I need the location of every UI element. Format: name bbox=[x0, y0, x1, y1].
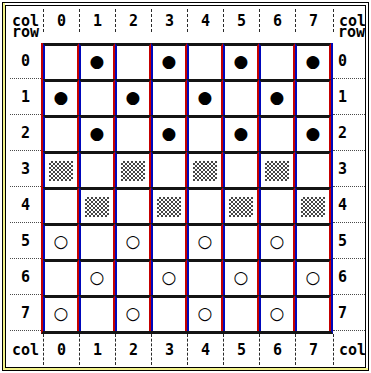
black-piece: ● bbox=[162, 125, 177, 142]
cell-r6c6[interactable] bbox=[259, 259, 295, 295]
row-label-left-0: 0 bbox=[10, 43, 41, 79]
cell-r0c4[interactable] bbox=[187, 43, 223, 79]
cell-r3c2[interactable] bbox=[115, 151, 151, 187]
black-piece: ● bbox=[90, 53, 105, 70]
col-axis-label-bottom-left: col bbox=[10, 334, 41, 365]
cell-r5c5[interactable] bbox=[223, 223, 259, 259]
white-piece: ○ bbox=[126, 305, 141, 322]
white-piece: ○ bbox=[90, 269, 105, 286]
cell-r3c7[interactable] bbox=[295, 151, 331, 187]
black-piece: ● bbox=[306, 53, 321, 70]
white-piece: ○ bbox=[306, 269, 321, 286]
cell-r0c7[interactable]: ● bbox=[295, 43, 331, 79]
cell-r2c7[interactable]: ● bbox=[295, 115, 331, 151]
col-footer-7: 7 bbox=[295, 334, 331, 365]
cell-r1c2[interactable]: ● bbox=[115, 79, 151, 115]
white-piece: ○ bbox=[198, 305, 213, 322]
hatched-empty-square bbox=[85, 197, 109, 217]
col-header-row: 01234567 bbox=[41, 9, 333, 32]
cell-r5c4[interactable]: ○ bbox=[187, 223, 223, 259]
cell-r0c0[interactable] bbox=[43, 43, 79, 79]
black-piece: ● bbox=[162, 53, 177, 70]
cell-r1c3[interactable] bbox=[151, 79, 187, 115]
hatched-empty-square bbox=[229, 197, 253, 217]
cell-r4c4[interactable] bbox=[187, 187, 223, 223]
cell-r4c5[interactable] bbox=[223, 187, 259, 223]
cell-r0c3[interactable]: ● bbox=[151, 43, 187, 79]
cell-r2c6[interactable] bbox=[259, 115, 295, 151]
cell-r4c2[interactable] bbox=[115, 187, 151, 223]
cell-r3c4[interactable] bbox=[187, 151, 223, 187]
col-footer-5: 5 bbox=[223, 334, 259, 365]
black-piece: ● bbox=[270, 89, 285, 106]
black-piece: ● bbox=[54, 89, 69, 106]
cell-r1c1[interactable] bbox=[79, 79, 115, 115]
black-piece: ● bbox=[234, 53, 249, 70]
cell-r2c3[interactable]: ● bbox=[151, 115, 187, 151]
col-header-3: 3 bbox=[151, 9, 187, 32]
cell-r1c4[interactable]: ● bbox=[187, 79, 223, 115]
cell-r4c0[interactable] bbox=[43, 187, 79, 223]
col-header-7: 7 bbox=[295, 9, 331, 32]
cell-r0c2[interactable] bbox=[115, 43, 151, 79]
cell-r7c6[interactable]: ○ bbox=[259, 295, 295, 331]
row-label-right-6: 6 bbox=[333, 259, 365, 295]
cell-r1c0[interactable]: ● bbox=[43, 79, 79, 115]
row-label-left-6: 6 bbox=[10, 259, 41, 295]
row-axis-label-right: row bbox=[333, 25, 365, 40]
cell-r1c5[interactable] bbox=[223, 79, 259, 115]
white-piece: ○ bbox=[126, 233, 141, 250]
cell-r5c7[interactable] bbox=[295, 223, 331, 259]
cell-r7c0[interactable]: ○ bbox=[43, 295, 79, 331]
cell-r2c2[interactable] bbox=[115, 115, 151, 151]
white-piece: ○ bbox=[234, 269, 249, 286]
row-axis-strip-right: row bbox=[333, 32, 365, 43]
cell-r4c7[interactable] bbox=[295, 187, 331, 223]
col-footer-1: 1 bbox=[79, 334, 115, 365]
cell-r6c7[interactable]: ○ bbox=[295, 259, 331, 295]
cell-r7c2[interactable]: ○ bbox=[115, 295, 151, 331]
checkers-board: ●●●●●●●●●●●●○○○○○○○○○○○○ bbox=[41, 43, 333, 334]
cell-r0c5[interactable]: ● bbox=[223, 43, 259, 79]
row-label-left-5: 5 bbox=[10, 223, 41, 259]
cell-r5c3[interactable] bbox=[151, 223, 187, 259]
col-header-4: 4 bbox=[187, 9, 223, 32]
cell-r7c7[interactable] bbox=[295, 295, 331, 331]
hatched-empty-square bbox=[193, 161, 217, 181]
cell-r7c3[interactable] bbox=[151, 295, 187, 331]
cell-r6c4[interactable] bbox=[187, 259, 223, 295]
cell-r3c5[interactable] bbox=[223, 151, 259, 187]
white-piece: ○ bbox=[54, 305, 69, 322]
cell-r6c3[interactable]: ○ bbox=[151, 259, 187, 295]
cell-r2c4[interactable] bbox=[187, 115, 223, 151]
cell-r7c5[interactable] bbox=[223, 295, 259, 331]
row-axis-label-left: row bbox=[10, 25, 41, 40]
col-header-0: 0 bbox=[43, 9, 79, 32]
cell-r4c1[interactable] bbox=[79, 187, 115, 223]
hatched-empty-square bbox=[49, 161, 73, 181]
col-footer-6: 6 bbox=[259, 334, 295, 365]
col-footer-row: 01234567 bbox=[41, 334, 333, 365]
cell-r3c0[interactable] bbox=[43, 151, 79, 187]
row-label-left-1: 1 bbox=[10, 79, 41, 115]
board-frame: col 01234567 col row row 01234567 ●●●●●●… bbox=[2, 2, 369, 371]
black-piece: ● bbox=[306, 125, 321, 142]
cell-r7c4[interactable]: ○ bbox=[187, 295, 223, 331]
col-footer-0: 0 bbox=[43, 334, 79, 365]
cell-r5c0[interactable]: ○ bbox=[43, 223, 79, 259]
checkers-diagram: col 01234567 col row row 01234567 ●●●●●●… bbox=[10, 9, 365, 365]
black-piece: ● bbox=[234, 125, 249, 142]
cell-r5c6[interactable]: ○ bbox=[259, 223, 295, 259]
row-label-right-3: 3 bbox=[333, 151, 365, 187]
cell-r2c0[interactable] bbox=[43, 115, 79, 151]
white-piece: ○ bbox=[162, 269, 177, 286]
board-inner-frame: col 01234567 col row row 01234567 ●●●●●●… bbox=[5, 5, 366, 368]
hatched-empty-square bbox=[157, 197, 181, 217]
cell-r1c6[interactable]: ● bbox=[259, 79, 295, 115]
cell-r0c6[interactable] bbox=[259, 43, 295, 79]
row-label-right-7: 7 bbox=[333, 295, 365, 331]
black-piece: ● bbox=[126, 89, 141, 106]
row-label-right-0: 0 bbox=[333, 43, 365, 79]
cell-r6c0[interactable] bbox=[43, 259, 79, 295]
cell-r3c6[interactable] bbox=[259, 151, 295, 187]
hatched-empty-square bbox=[121, 161, 145, 181]
white-piece: ○ bbox=[270, 233, 285, 250]
cell-r6c1[interactable]: ○ bbox=[79, 259, 115, 295]
cell-r7c1[interactable] bbox=[79, 295, 115, 331]
cell-r6c5[interactable]: ○ bbox=[223, 259, 259, 295]
col-footer-3: 3 bbox=[151, 334, 187, 365]
row-axis-strip-left: row bbox=[10, 32, 41, 43]
row-label-right-4: 4 bbox=[333, 187, 365, 223]
cell-r0c1[interactable]: ● bbox=[79, 43, 115, 79]
white-piece: ○ bbox=[270, 305, 285, 322]
row-label-left-4: 4 bbox=[10, 187, 41, 223]
row-label-left-7: 7 bbox=[10, 295, 41, 331]
black-piece: ● bbox=[198, 89, 213, 106]
strip-spacer bbox=[41, 32, 333, 43]
col-header-5: 5 bbox=[223, 9, 259, 32]
row-label-right-2: 2 bbox=[333, 115, 365, 151]
white-piece: ○ bbox=[198, 233, 213, 250]
cell-r6c2[interactable] bbox=[115, 259, 151, 295]
hatched-empty-square bbox=[265, 161, 289, 181]
col-footer-4: 4 bbox=[187, 334, 223, 365]
row-labels-right: 01234567 bbox=[333, 43, 365, 334]
col-footer-2: 2 bbox=[115, 334, 151, 365]
row-label-right-1: 1 bbox=[333, 79, 365, 115]
col-header-1: 1 bbox=[79, 9, 115, 32]
cell-r5c2[interactable]: ○ bbox=[115, 223, 151, 259]
cell-r4c3[interactable] bbox=[151, 187, 187, 223]
row-label-left-2: 2 bbox=[10, 115, 41, 151]
row-label-left-3: 3 bbox=[10, 151, 41, 187]
cell-r5c1[interactable] bbox=[79, 223, 115, 259]
col-header-2: 2 bbox=[115, 9, 151, 32]
white-piece: ○ bbox=[54, 233, 69, 250]
black-piece: ● bbox=[90, 125, 105, 142]
hatched-empty-square bbox=[301, 197, 325, 217]
cell-r1c7[interactable] bbox=[295, 79, 331, 115]
col-header-6: 6 bbox=[259, 9, 295, 32]
cell-r4c6[interactable] bbox=[259, 187, 295, 223]
row-labels-left: 01234567 bbox=[10, 43, 41, 334]
cell-r2c1[interactable]: ● bbox=[79, 115, 115, 151]
cell-r3c3[interactable] bbox=[151, 151, 187, 187]
cell-r2c5[interactable]: ● bbox=[223, 115, 259, 151]
row-label-right-5: 5 bbox=[333, 223, 365, 259]
col-axis-label-bottom-right: col bbox=[333, 334, 365, 365]
cell-r3c1[interactable] bbox=[79, 151, 115, 187]
